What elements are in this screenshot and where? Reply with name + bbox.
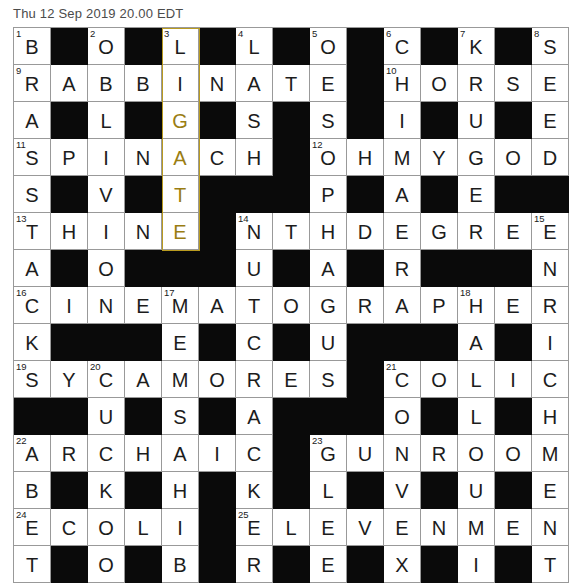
cell-letter: E	[458, 176, 494, 212]
cell-r2c6[interactable]: N	[199, 65, 236, 102]
cell-r8c6[interactable]: A	[199, 287, 236, 324]
block-cell-r1c2	[51, 28, 88, 65]
cell-r13c5[interactable]: H	[162, 472, 199, 509]
cell-letter: A	[51, 65, 87, 101]
cell-letter: S	[532, 28, 568, 64]
cell-r13c7[interactable]: K	[236, 472, 273, 509]
cell-r4c15[interactable]: D	[532, 139, 569, 176]
block-cell-r9c6	[199, 324, 236, 361]
block-cell-r12c8	[273, 435, 310, 472]
cell-letter: E	[310, 546, 346, 582]
block-cell-r7c2	[51, 250, 88, 287]
cell-r4c14[interactable]: O	[495, 139, 532, 176]
cell-letter: C	[14, 287, 50, 323]
cell-letter: K	[14, 324, 50, 360]
cell-r12c2[interactable]: R	[51, 435, 88, 472]
cell-letter: S	[495, 65, 531, 101]
cell-r8c11[interactable]: A	[384, 287, 421, 324]
crossword-page: Thu 12 Sep 2019 20.00 EDT 1B2O3L4L5O6C7K…	[0, 0, 582, 583]
block-cell-r5c10	[347, 176, 384, 213]
block-cell-r13c10	[347, 472, 384, 509]
cell-r3c15[interactable]: E	[532, 102, 569, 139]
block-cell-r3c8	[273, 102, 310, 139]
cell-r14c11[interactable]: E	[384, 509, 421, 546]
cell-letter: L	[458, 361, 494, 397]
block-cell-r9c8	[273, 324, 310, 361]
cell-r8c8[interactable]: O	[273, 287, 310, 324]
block-cell-r13c2	[51, 472, 88, 509]
cell-r14c14[interactable]: E	[495, 509, 532, 546]
block-cell-r7c14	[495, 250, 532, 287]
cell-letter: B	[162, 546, 198, 582]
cell-r12c10[interactable]: U	[347, 435, 384, 472]
cell-r4c7[interactable]: H	[236, 139, 273, 176]
cell-r4c4[interactable]: N	[125, 139, 162, 176]
block-cell-r13c14	[495, 472, 532, 509]
cell-letter: T	[273, 65, 309, 101]
cell-r1c13[interactable]: 7K	[458, 28, 495, 65]
block-cell-r1c12	[421, 28, 458, 65]
cell-r4c10[interactable]: H	[347, 139, 384, 176]
cell-r1c1[interactable]: 1B	[14, 28, 51, 65]
cell-r14c5[interactable]: I	[162, 509, 199, 546]
cell-letter: U	[88, 398, 124, 434]
cell-r12c15[interactable]: M	[532, 435, 569, 472]
cell-letter: C	[51, 509, 87, 545]
block-cell-r13c8	[273, 472, 310, 509]
block-cell-r5c6	[199, 176, 236, 213]
cell-r1c11[interactable]: 6C	[384, 28, 421, 65]
cell-r2c15[interactable]: E	[532, 65, 569, 102]
cell-letter: B	[14, 28, 50, 64]
cell-r6c10[interactable]: D	[347, 213, 384, 250]
cell-r2c11[interactable]: 10H	[384, 65, 421, 102]
cell-letter: O	[88, 250, 124, 286]
cell-r3c7[interactable]: S	[236, 102, 273, 139]
cell-r12c4[interactable]: H	[125, 435, 162, 472]
cell-letter: G	[310, 287, 346, 323]
cell-letter: E	[14, 509, 50, 545]
block-cell-r15c12	[421, 546, 458, 583]
block-cell-r15c8	[273, 546, 310, 583]
cell-r12c12[interactable]: R	[421, 435, 458, 472]
cell-letter: E	[125, 287, 161, 323]
cell-letter: H	[310, 213, 346, 249]
cell-r6c11[interactable]: E	[384, 213, 421, 250]
cell-r9c9[interactable]: U	[310, 324, 347, 361]
cell-r15c3[interactable]: O	[88, 546, 125, 583]
cell-letter: O	[88, 28, 124, 64]
cell-r5c9[interactable]: P	[310, 176, 347, 213]
block-cell-r5c14	[495, 176, 532, 213]
cell-r9c13[interactable]: A	[458, 324, 495, 361]
cell-r10c11[interactable]: 21C	[384, 361, 421, 398]
cell-r8c1[interactable]: 16C	[14, 287, 51, 324]
cell-letter: M	[162, 361, 198, 397]
cell-r4c13[interactable]: G	[458, 139, 495, 176]
cell-r13c3[interactable]: K	[88, 472, 125, 509]
cell-r5c13[interactable]: E	[458, 176, 495, 213]
block-cell-r13c4	[125, 472, 162, 509]
cell-r2c4[interactable]: B	[125, 65, 162, 102]
cell-r2c14[interactable]: S	[495, 65, 532, 102]
cell-letter: A	[384, 176, 420, 212]
cell-r12c1[interactable]: 22A	[14, 435, 51, 472]
cell-r5c1[interactable]: S	[14, 176, 51, 213]
cell-letter: N	[199, 65, 235, 101]
cell-r10c3[interactable]: 20C	[88, 361, 125, 398]
cell-r3c3[interactable]: L	[88, 102, 125, 139]
cell-letter: A	[162, 435, 198, 471]
cell-r1c15[interactable]: 8S	[532, 28, 569, 65]
cell-r6c13[interactable]: R	[458, 213, 495, 250]
block-cell-r13c12	[421, 472, 458, 509]
cell-r5c11[interactable]: A	[384, 176, 421, 213]
cell-r6c3[interactable]: I	[88, 213, 125, 250]
cell-letter: E	[532, 102, 568, 138]
block-cell-r1c14	[495, 28, 532, 65]
cell-letter-revealed: E	[162, 213, 198, 249]
cell-letter: P	[51, 139, 87, 175]
block-cell-r3c12	[421, 102, 458, 139]
cell-letter: V	[88, 176, 124, 212]
cell-r10c5[interactable]: M	[162, 361, 199, 398]
cell-r12c5[interactable]: A	[162, 435, 199, 472]
cell-r14c13[interactable]: M	[458, 509, 495, 546]
block-cell-r3c10	[347, 102, 384, 139]
cell-letter: B	[125, 65, 161, 101]
cell-letter: I	[88, 213, 124, 249]
cell-r7c7[interactable]: U	[236, 250, 273, 287]
cell-r10c6[interactable]: O	[199, 361, 236, 398]
cell-letter: N	[384, 435, 420, 471]
cell-r13c15[interactable]: E	[532, 472, 569, 509]
cell-r2c3[interactable]: B	[88, 65, 125, 102]
cell-letter: S	[162, 398, 198, 434]
cell-letter: O	[88, 509, 124, 545]
cell-r14c7[interactable]: 25E	[236, 509, 273, 546]
cell-r11c5[interactable]: S	[162, 398, 199, 435]
block-cell-r1c6	[199, 28, 236, 65]
cell-r6c14[interactable]: E	[495, 213, 532, 250]
cell-letter: I	[162, 509, 198, 545]
cell-r8c12[interactable]: P	[421, 287, 458, 324]
cell-r10c13[interactable]: L	[458, 361, 495, 398]
block-cell-r3c2	[51, 102, 88, 139]
cell-letter: N	[236, 213, 272, 249]
cell-r10c15[interactable]: C	[532, 361, 569, 398]
cell-r2c9[interactable]: E	[310, 65, 347, 102]
cell-r3c5[interactable]: G	[162, 102, 199, 139]
cell-r10c7[interactable]: R	[236, 361, 273, 398]
cell-r3c13[interactable]: U	[458, 102, 495, 139]
cell-r3c11[interactable]: I	[384, 102, 421, 139]
block-cell-r5c2	[51, 176, 88, 213]
cell-r8c10[interactable]: R	[347, 287, 384, 324]
cell-letter: A	[14, 250, 50, 286]
cell-letter: O	[421, 361, 457, 397]
cell-letter: P	[310, 176, 346, 212]
cell-r6c8[interactable]: T	[273, 213, 310, 250]
cell-r14c1[interactable]: 24E	[14, 509, 51, 546]
cell-r6c15[interactable]: 15E	[532, 213, 569, 250]
cell-r12c11[interactable]: N	[384, 435, 421, 472]
cell-r7c9[interactable]: A	[310, 250, 347, 287]
cell-r1c5[interactable]: 3L	[162, 28, 199, 65]
block-cell-r11c10	[347, 398, 384, 435]
cell-letter: L	[273, 509, 309, 545]
cell-r15c13[interactable]: I	[458, 546, 495, 583]
block-cell-r11c12	[421, 398, 458, 435]
cell-letter: A	[125, 361, 161, 397]
cell-letter: H	[162, 472, 198, 508]
block-cell-r4c8	[273, 139, 310, 176]
cell-r8c5[interactable]: 17M	[162, 287, 199, 324]
cell-r1c3[interactable]: 2O	[88, 28, 125, 65]
cell-r10c14[interactable]: I	[495, 361, 532, 398]
cell-letter: G	[458, 139, 494, 175]
cell-r14c3[interactable]: O	[88, 509, 125, 546]
cell-letter: C	[199, 139, 235, 175]
cell-r11c3[interactable]: U	[88, 398, 125, 435]
cell-r12c7[interactable]: C	[236, 435, 273, 472]
block-cell-r11c14	[495, 398, 532, 435]
cell-r4c11[interactable]: M	[384, 139, 421, 176]
cell-letter: Y	[421, 139, 457, 175]
cell-r10c12[interactable]: O	[421, 361, 458, 398]
cell-letter: E	[532, 65, 568, 101]
cell-r7c15[interactable]: N	[532, 250, 569, 287]
cell-letter: T	[14, 546, 50, 582]
cell-letter: O	[199, 361, 235, 397]
cell-letter: G	[421, 213, 457, 249]
cell-r10c1[interactable]: 19S	[14, 361, 51, 398]
cell-r7c11[interactable]: R	[384, 250, 421, 287]
cell-r6c9[interactable]: H	[310, 213, 347, 250]
cell-r15c15[interactable]: T	[532, 546, 569, 583]
cell-letter: M	[162, 287, 198, 323]
cell-r4c12[interactable]: Y	[421, 139, 458, 176]
cell-letter: U	[458, 472, 494, 508]
cell-r9c1[interactable]: K	[14, 324, 51, 361]
block-cell-r1c10	[347, 28, 384, 65]
cell-letter: A	[310, 250, 346, 286]
cell-letter: E	[162, 324, 198, 360]
cell-r7c3[interactable]: O	[88, 250, 125, 287]
block-cell-r11c2	[51, 398, 88, 435]
cell-letter: I	[199, 435, 235, 471]
cell-r8c15[interactable]: R	[532, 287, 569, 324]
block-cell-r15c2	[51, 546, 88, 583]
block-cell-r9c10	[347, 324, 384, 361]
cell-letter: S	[310, 361, 346, 397]
cell-r14c12[interactable]: N	[421, 509, 458, 546]
cell-letter: R	[384, 250, 420, 286]
cell-letter: A	[14, 435, 50, 471]
block-cell-r11c6	[199, 398, 236, 435]
cell-r15c9[interactable]: E	[310, 546, 347, 583]
cell-r13c9[interactable]: L	[310, 472, 347, 509]
cell-r4c3[interactable]: I	[88, 139, 125, 176]
cell-letter: L	[88, 102, 124, 138]
cell-letter: O	[421, 65, 457, 101]
cell-letter: C	[88, 361, 124, 397]
cell-r14c9[interactable]: E	[310, 509, 347, 546]
cell-r6c5[interactable]: E	[162, 213, 199, 250]
cell-letter: R	[51, 435, 87, 471]
cell-r13c13[interactable]: U	[458, 472, 495, 509]
cell-r4c5[interactable]: A	[162, 139, 199, 176]
cell-r5c3[interactable]: V	[88, 176, 125, 213]
cell-letter: O	[384, 398, 420, 434]
cell-r15c1[interactable]: T	[14, 546, 51, 583]
cell-r9c7[interactable]: C	[236, 324, 273, 361]
cell-letter: G	[310, 435, 346, 471]
cell-letter: E	[310, 509, 346, 545]
cell-letter: I	[458, 546, 494, 582]
cell-r4c2[interactable]: P	[51, 139, 88, 176]
cell-letter: I	[532, 324, 568, 360]
cell-r9c15[interactable]: I	[532, 324, 569, 361]
cell-letter: O	[310, 28, 346, 64]
cell-r12c13[interactable]: O	[458, 435, 495, 472]
cell-letter: K	[236, 472, 272, 508]
cell-r1c7[interactable]: 4L	[236, 28, 273, 65]
cell-r8c3[interactable]: N	[88, 287, 125, 324]
cell-r2c8[interactable]: T	[273, 65, 310, 102]
cell-r14c15[interactable]: N	[532, 509, 569, 546]
cell-r1c9[interactable]: 5O	[310, 28, 347, 65]
block-cell-r9c12	[421, 324, 458, 361]
cell-letter: A	[236, 398, 272, 434]
cell-letter: S	[310, 102, 346, 138]
cell-r10c9[interactable]: S	[310, 361, 347, 398]
cell-r13c1[interactable]: B	[14, 472, 51, 509]
block-cell-r1c4	[125, 28, 162, 65]
cell-r2c1[interactable]: 9R	[14, 65, 51, 102]
block-cell-r5c4	[125, 176, 162, 213]
cell-letter: H	[51, 213, 87, 249]
cell-r14c2[interactable]: C	[51, 509, 88, 546]
cell-letter: E	[495, 509, 531, 545]
cell-letter: Y	[51, 361, 87, 397]
cell-r15c5[interactable]: B	[162, 546, 199, 583]
cell-letter: T	[14, 213, 50, 249]
cell-r15c7[interactable]: R	[236, 546, 273, 583]
cell-letter: S	[236, 102, 272, 138]
cell-r10c8[interactable]: E	[273, 361, 310, 398]
cell-r9c5[interactable]: E	[162, 324, 199, 361]
cell-r2c7[interactable]: A	[236, 65, 273, 102]
cell-letter: B	[88, 65, 124, 101]
cell-r6c2[interactable]: H	[51, 213, 88, 250]
cell-r6c7[interactable]: 14N	[236, 213, 273, 250]
cell-r14c10[interactable]: V	[347, 509, 384, 546]
cell-r3c9[interactable]: S	[310, 102, 347, 139]
cell-r11c7[interactable]: A	[236, 398, 273, 435]
cell-letter: V	[384, 472, 420, 508]
cell-letter: B	[14, 472, 50, 508]
publish-timestamp: Thu 12 Sep 2019 20.00 EDT	[0, 0, 582, 27]
cell-letter: L	[125, 509, 161, 545]
cell-r11c11[interactable]: O	[384, 398, 421, 435]
cell-r2c12[interactable]: O	[421, 65, 458, 102]
cell-r12c3[interactable]: C	[88, 435, 125, 472]
cell-letter: M	[458, 509, 494, 545]
cell-r15c11[interactable]: X	[384, 546, 421, 583]
cell-letter: T	[273, 213, 309, 249]
cell-r12c6[interactable]: I	[199, 435, 236, 472]
cell-letter: C	[384, 28, 420, 64]
cell-r7c1[interactable]: A	[14, 250, 51, 287]
block-cell-r10c10	[347, 361, 384, 398]
block-cell-r5c7	[236, 176, 273, 213]
cell-r11c13[interactable]: L	[458, 398, 495, 435]
cell-letter: E	[532, 213, 568, 249]
cell-r14c4[interactable]: L	[125, 509, 162, 546]
cell-letter: N	[532, 250, 568, 286]
cell-r6c1[interactable]: 13T	[14, 213, 51, 250]
block-cell-r7c10	[347, 250, 384, 287]
block-cell-r11c4	[125, 398, 162, 435]
cell-r14c8[interactable]: L	[273, 509, 310, 546]
cell-letter: L	[458, 398, 494, 434]
cell-r11c15[interactable]: H	[532, 398, 569, 435]
cell-letter: O	[273, 287, 309, 323]
cell-r8c13[interactable]: 18H	[458, 287, 495, 324]
cell-r12c14[interactable]: O	[495, 435, 532, 472]
cell-letter: C	[88, 435, 124, 471]
cell-r5c5[interactable]: T	[162, 176, 199, 213]
cell-r8c9[interactable]: G	[310, 287, 347, 324]
cell-r10c4[interactable]: A	[125, 361, 162, 398]
cell-r6c12[interactable]: G	[421, 213, 458, 250]
cell-letter: U	[458, 102, 494, 138]
cell-letter: R	[458, 65, 494, 101]
cell-r4c6[interactable]: C	[199, 139, 236, 176]
cell-r6c4[interactable]: N	[125, 213, 162, 250]
cell-r12c9[interactable]: 23G	[310, 435, 347, 472]
cell-r10c2[interactable]: Y	[51, 361, 88, 398]
cell-r8c14[interactable]: E	[495, 287, 532, 324]
cell-letter: S	[14, 139, 50, 175]
cell-r2c2[interactable]: A	[51, 65, 88, 102]
cell-letter: L	[236, 28, 272, 64]
cell-letter: I	[495, 361, 531, 397]
cell-r2c13[interactable]: R	[458, 65, 495, 102]
cell-r13c11[interactable]: V	[384, 472, 421, 509]
cell-letter: D	[347, 213, 383, 249]
cell-letter: I	[88, 139, 124, 175]
cell-letter: K	[458, 28, 494, 64]
cell-r3c1[interactable]: A	[14, 102, 51, 139]
cell-r8c7[interactable]: T	[236, 287, 273, 324]
block-cell-r5c8	[273, 176, 310, 213]
cell-r2c5[interactable]: I	[162, 65, 199, 102]
cell-letter: N	[125, 139, 161, 175]
cell-letter: R	[14, 65, 50, 101]
cell-letter: N	[125, 213, 161, 249]
cell-letter: X	[384, 546, 420, 582]
cell-letter: L	[162, 28, 198, 64]
cell-r8c4[interactable]: E	[125, 287, 162, 324]
cell-r4c1[interactable]: 11S	[14, 139, 51, 176]
cell-letter: U	[347, 435, 383, 471]
cell-r8c2[interactable]: I	[51, 287, 88, 324]
cell-r4c9[interactable]: 12O	[310, 139, 347, 176]
block-cell-r9c11	[384, 324, 421, 361]
cell-letter: K	[88, 472, 124, 508]
